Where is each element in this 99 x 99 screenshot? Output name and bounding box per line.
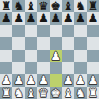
piece-black-king[interactable]: ♚ (51, 0, 61, 12)
piece-black-knight[interactable]: ♞ (75, 0, 85, 12)
piece-black-knight[interactable]: ♞ (13, 0, 23, 12)
square-e5[interactable] (50, 37, 62, 49)
piece-black-pawn[interactable]: ♟ (26, 12, 36, 24)
square-h4[interactable] (87, 50, 99, 62)
square-b1[interactable]: ♞ (12, 87, 24, 99)
square-d5[interactable] (37, 37, 49, 49)
square-a1[interactable]: ♜ (0, 87, 12, 99)
square-c6[interactable] (25, 25, 37, 37)
square-f1[interactable]: ♝ (62, 87, 74, 99)
square-g7[interactable]: ♟ (74, 12, 86, 24)
piece-black-pawn[interactable]: ♟ (13, 12, 23, 24)
square-d8[interactable]: ♛ (37, 0, 49, 12)
piece-white-rook[interactable]: ♜ (1, 87, 11, 99)
square-h5[interactable] (87, 37, 99, 49)
square-d4[interactable] (37, 50, 49, 62)
piece-white-queen[interactable]: ♛ (38, 87, 48, 99)
chess-board: ♜♞♝♛♚♝♞♜♟♟♟♟♟♟♟♟♟♟♟♟♟♟♟♟♜♞♝♛♚♝♞♜ (0, 0, 99, 99)
piece-black-pawn[interactable]: ♟ (75, 12, 85, 24)
square-e7[interactable]: ♟ (50, 12, 62, 24)
piece-white-pawn[interactable]: ♟ (38, 74, 48, 86)
square-e2[interactable] (50, 74, 62, 86)
piece-black-bishop[interactable]: ♝ (63, 0, 73, 12)
square-e6[interactable] (50, 25, 62, 37)
square-c5[interactable] (25, 37, 37, 49)
piece-black-rook[interactable]: ♜ (88, 0, 98, 12)
piece-white-pawn[interactable]: ♟ (88, 74, 98, 86)
piece-white-king[interactable]: ♚ (51, 87, 61, 99)
piece-white-pawn[interactable]: ♟ (75, 74, 85, 86)
piece-white-pawn[interactable]: ♟ (13, 74, 23, 86)
square-g3[interactable] (74, 62, 86, 74)
square-b8[interactable]: ♞ (12, 0, 24, 12)
piece-white-bishop[interactable]: ♝ (26, 87, 36, 99)
square-f2[interactable]: ♟ (62, 74, 74, 86)
square-f8[interactable]: ♝ (62, 0, 74, 12)
square-a5[interactable] (0, 37, 12, 49)
piece-white-pawn[interactable]: ♟ (51, 50, 61, 62)
square-a8[interactable]: ♜ (0, 0, 12, 12)
square-h6[interactable] (87, 25, 99, 37)
square-b3[interactable] (12, 62, 24, 74)
piece-white-knight[interactable]: ♞ (75, 87, 85, 99)
square-c4[interactable] (25, 50, 37, 62)
piece-black-pawn[interactable]: ♟ (1, 12, 11, 24)
square-a4[interactable] (0, 50, 12, 62)
piece-black-pawn[interactable]: ♟ (88, 12, 98, 24)
piece-black-pawn[interactable]: ♟ (63, 12, 73, 24)
piece-white-pawn[interactable]: ♟ (63, 74, 73, 86)
square-d7[interactable]: ♟ (37, 12, 49, 24)
square-e8[interactable]: ♚ (50, 0, 62, 12)
square-e4[interactable]: ♟ (50, 50, 62, 62)
square-b2[interactable]: ♟ (12, 74, 24, 86)
square-b6[interactable] (12, 25, 24, 37)
square-f6[interactable] (62, 25, 74, 37)
square-b4[interactable] (12, 50, 24, 62)
square-f5[interactable] (62, 37, 74, 49)
piece-white-pawn[interactable]: ♟ (1, 74, 11, 86)
square-h2[interactable]: ♟ (87, 74, 99, 86)
square-e1[interactable]: ♚ (50, 87, 62, 99)
piece-white-pawn[interactable]: ♟ (26, 74, 36, 86)
piece-black-bishop[interactable]: ♝ (26, 0, 36, 12)
piece-black-queen[interactable]: ♛ (38, 0, 48, 12)
square-h7[interactable]: ♟ (87, 12, 99, 24)
square-c8[interactable]: ♝ (25, 0, 37, 12)
square-d2[interactable]: ♟ (37, 74, 49, 86)
square-a6[interactable] (0, 25, 12, 37)
square-g8[interactable]: ♞ (74, 0, 86, 12)
square-g4[interactable] (74, 50, 86, 62)
square-g6[interactable] (74, 25, 86, 37)
square-f4[interactable] (62, 50, 74, 62)
square-g5[interactable] (74, 37, 86, 49)
square-h1[interactable]: ♜ (87, 87, 99, 99)
square-a7[interactable]: ♟ (0, 12, 12, 24)
square-d3[interactable] (37, 62, 49, 74)
square-f3[interactable] (62, 62, 74, 74)
piece-black-pawn[interactable]: ♟ (51, 12, 61, 24)
square-a2[interactable]: ♟ (0, 74, 12, 86)
square-a3[interactable] (0, 62, 12, 74)
square-h3[interactable] (87, 62, 99, 74)
square-c7[interactable]: ♟ (25, 12, 37, 24)
square-d1[interactable]: ♛ (37, 87, 49, 99)
piece-white-knight[interactable]: ♞ (13, 87, 23, 99)
square-f7[interactable]: ♟ (62, 12, 74, 24)
piece-white-rook[interactable]: ♜ (88, 87, 98, 99)
square-c2[interactable]: ♟ (25, 74, 37, 86)
piece-black-pawn[interactable]: ♟ (38, 12, 48, 24)
square-d6[interactable] (37, 25, 49, 37)
piece-white-bishop[interactable]: ♝ (63, 87, 73, 99)
square-c3[interactable] (25, 62, 37, 74)
square-c1[interactable]: ♝ (25, 87, 37, 99)
square-e3[interactable] (50, 62, 62, 74)
square-b5[interactable] (12, 37, 24, 49)
piece-black-rook[interactable]: ♜ (1, 0, 11, 12)
square-h8[interactable]: ♜ (87, 0, 99, 12)
square-b7[interactable]: ♟ (12, 12, 24, 24)
square-g2[interactable]: ♟ (74, 74, 86, 86)
square-g1[interactable]: ♞ (74, 87, 86, 99)
